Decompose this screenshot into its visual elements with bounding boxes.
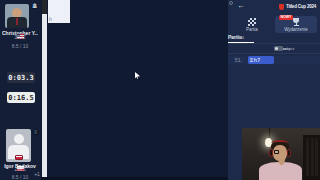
toggle-knob — [275, 47, 278, 50]
headphone-right — [287, 149, 291, 157]
eval-bar — [42, 0, 47, 177]
player-top-score: 8.5 / 10 — [2, 43, 38, 49]
clothes-rack — [303, 135, 320, 180]
move-number: 51. — [230, 56, 242, 64]
player-bottom-rating: 2925 — [14, 166, 25, 172]
captured-piece: ♛ — [32, 3, 37, 8]
bottom-edge-strip — [41, 177, 242, 180]
panel-tabs: PartiaAnaliza — [228, 33, 320, 42]
avatar-head — [14, 134, 24, 144]
board-grid-icon — [248, 18, 256, 26]
toggle-switch[interactable] — [274, 46, 283, 51]
toggles-row: OcenaWariantyKomentarz — [228, 43, 320, 54]
player-top-photo-tie — [16, 18, 18, 25]
tab-analiza[interactable]: Analiza — [228, 33, 244, 40]
clock-bottom: 0:16.5 — [7, 92, 35, 103]
square-h1[interactable]: h — [48, 0, 71, 23]
player-bottom-flag-badge — [15, 155, 23, 160]
webcam-feed — [242, 128, 320, 180]
nav-card-game[interactable]: Partia — [231, 16, 273, 33]
nav-card-game-label: Partia — [231, 27, 273, 32]
player-bottom-score: 8.5 / 10 — [2, 174, 38, 180]
file-label: h — [49, 17, 52, 22]
event-logo-icon — [279, 4, 284, 10]
player-bottom-avatar — [6, 129, 31, 162]
new-badge: NOWY — [279, 15, 293, 20]
chess-board[interactable]: 8♚7♜6♟♟54♜♟♚321abcdefgh — [48, 0, 228, 180]
chess-broadcast-app: ♟♟♟♟♞♝♛ Christopher Y... 3022 8.5 / 10 0… — [0, 0, 320, 180]
nav-card-event-label: Wydarzenie — [275, 27, 317, 32]
settings-icon[interactable] — [229, 1, 233, 5]
player-top-rating: 3022 — [14, 34, 25, 40]
back-arrow-icon[interactable]: ← — [237, 2, 245, 10]
eval-bar-black-part — [42, 0, 47, 14]
players-sidebar: ♟♟♟♟♞♝♛ Christopher Y... 3022 8.5 / 10 0… — [0, 0, 41, 180]
event-title: Titled Cup 2024 — [286, 4, 316, 9]
trophy-icon — [292, 18, 300, 26]
headphones-band-icon — [271, 140, 289, 146]
clock-top: 0:03.3 — [7, 72, 35, 83]
player-top-photo — [5, 4, 29, 28]
headphone-left — [269, 149, 273, 157]
captured-piece: ♛ — [33, 129, 38, 134]
move-row: 51.♖h7 — [228, 56, 320, 64]
move-white[interactable]: ♖h7 — [248, 56, 274, 64]
